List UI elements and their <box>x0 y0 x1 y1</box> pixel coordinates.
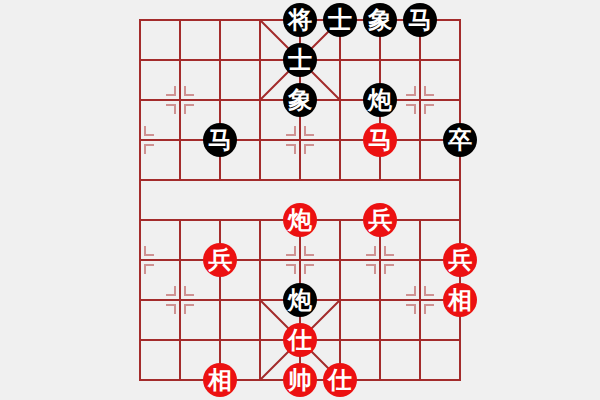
board-point: 炮 <box>280 200 320 240</box>
board-point: 兵 <box>440 240 480 280</box>
piece-black-cannon[interactable]: 炮 <box>283 283 317 317</box>
board-point: 仕 <box>320 360 360 400</box>
board-point: 炮 <box>360 80 400 120</box>
board-point: 象 <box>360 0 400 40</box>
piece-black-advisor[interactable]: 士 <box>323 3 357 37</box>
piece-red-horse[interactable]: 马 <box>363 123 397 157</box>
board-point: 马 <box>360 120 400 160</box>
board-point: 士 <box>320 0 360 40</box>
piece-black-elephant[interactable]: 象 <box>363 3 397 37</box>
board-point: 马 <box>400 0 440 40</box>
board: 将士象马士象炮马卒炮马炮兵兵兵相仕相帅仕 <box>120 0 480 400</box>
piece-red-pawn[interactable]: 兵 <box>443 243 477 277</box>
board-point: 炮 <box>280 280 320 320</box>
piece-red-elephant[interactable]: 相 <box>443 283 477 317</box>
board-point: 相 <box>200 360 240 400</box>
piece-black-horse[interactable]: 马 <box>403 3 437 37</box>
piece-black-cannon[interactable]: 炮 <box>363 83 397 117</box>
piece-red-cannon[interactable]: 炮 <box>283 203 317 237</box>
board-point: 相 <box>440 280 480 320</box>
piece-black-soldier[interactable]: 卒 <box>443 123 477 157</box>
board-point: 帅 <box>280 360 320 400</box>
piece-black-elephant[interactable]: 象 <box>283 83 317 117</box>
board-point: 马 <box>200 120 240 160</box>
board-point: 象 <box>280 80 320 120</box>
board-point: 将 <box>280 0 320 40</box>
piece-red-pawn[interactable]: 兵 <box>363 203 397 237</box>
piece-red-advisor[interactable]: 仕 <box>323 363 357 397</box>
board-point: 卒 <box>440 120 480 160</box>
board-point: 士 <box>280 40 320 80</box>
piece-red-king[interactable]: 帅 <box>283 363 317 397</box>
board-point: 兵 <box>200 240 240 280</box>
board-point: 仕 <box>280 320 320 360</box>
piece-red-pawn[interactable]: 兵 <box>203 243 237 277</box>
piece-black-advisor[interactable]: 士 <box>283 43 317 77</box>
xiangqi-app: 将士象马士象炮马卒炮马炮兵兵兵相仕相帅仕 <box>0 0 600 400</box>
board-point: 兵 <box>360 200 400 240</box>
piece-red-advisor[interactable]: 仕 <box>283 323 317 357</box>
piece-black-horse[interactable]: 马 <box>203 123 237 157</box>
piece-black-general[interactable]: 将 <box>283 3 317 37</box>
piece-red-elephant[interactable]: 相 <box>203 363 237 397</box>
